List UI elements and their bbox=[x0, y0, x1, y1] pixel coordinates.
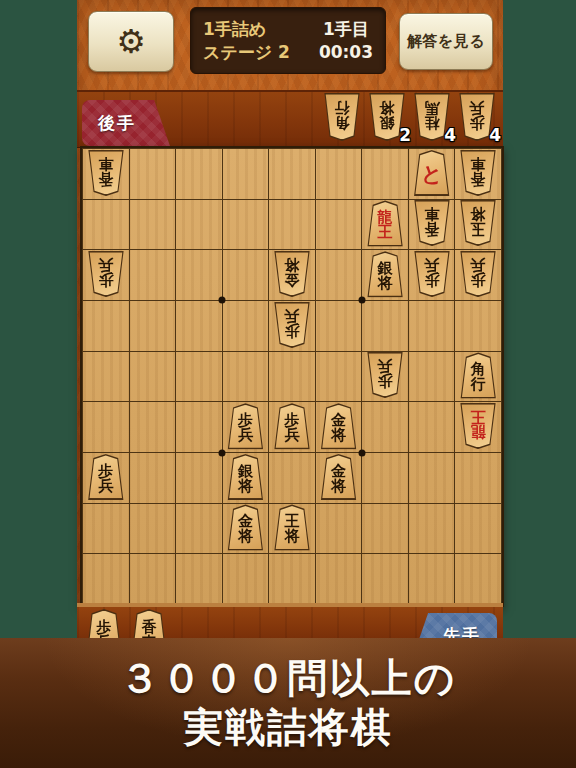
cell-5f[interactable]: 歩兵 bbox=[269, 402, 316, 453]
promo-banner: ３０００問以上の 実戦詰将棋 bbox=[0, 638, 576, 768]
mode-label: 1手詰め bbox=[203, 19, 290, 39]
cell-7i[interactable] bbox=[176, 554, 223, 605]
sente-piece-歩兵[interactable]: 歩兵 bbox=[272, 403, 312, 449]
cell-7f[interactable] bbox=[176, 402, 223, 453]
cell-1a[interactable]: 香車 bbox=[455, 149, 502, 200]
piece-kanji: 金将 bbox=[272, 251, 312, 297]
gote-piece-歩兵[interactable]: 歩兵 bbox=[272, 302, 312, 348]
puzzle-info-panel: 1手詰め ステージ 2 1手目 00:03 bbox=[190, 7, 386, 74]
cell-3a[interactable] bbox=[362, 149, 409, 200]
gote-hand-slot-歩兵[interactable]: 歩兵4 bbox=[457, 94, 497, 142]
board-frame: 香車と香車龍王香車玉将歩兵金将銀将歩兵歩兵歩兵歩兵角行歩兵歩兵金将龍王歩兵銀将金… bbox=[80, 146, 504, 607]
sente-piece-歩兵[interactable]: 歩兵 bbox=[225, 403, 265, 449]
cell-8d[interactable] bbox=[130, 301, 177, 352]
gote-hand-slot-銀将[interactable]: 銀将2 bbox=[367, 94, 407, 142]
piece-kanji: 金将 bbox=[319, 454, 359, 500]
cell-3b[interactable]: 龍王 bbox=[362, 200, 409, 251]
cell-7e[interactable] bbox=[176, 352, 223, 403]
piece-kanji: 香車 bbox=[86, 150, 126, 196]
sente-piece-金将[interactable]: 金将 bbox=[319, 454, 359, 500]
cell-3i[interactable] bbox=[362, 554, 409, 605]
cell-2g[interactable] bbox=[409, 453, 456, 504]
cell-5d[interactable]: 歩兵 bbox=[269, 301, 316, 352]
cell-6i[interactable] bbox=[223, 554, 270, 605]
piece-kanji: 金将 bbox=[319, 403, 359, 449]
puzzle-info-left: 1手詰め ステージ 2 bbox=[203, 19, 290, 62]
gear-icon: ⚙ bbox=[116, 22, 146, 61]
move-number-label: 1手目 bbox=[323, 19, 369, 39]
cell-6c[interactable] bbox=[223, 250, 270, 301]
cell-4h[interactable] bbox=[316, 504, 363, 555]
cell-5c[interactable]: 金将 bbox=[269, 250, 316, 301]
cell-6e[interactable] bbox=[223, 352, 270, 403]
gote-piece-歩兵[interactable]: 歩兵 bbox=[86, 251, 126, 297]
gote-hand-slot-桂馬[interactable]: 桂馬4 bbox=[412, 94, 452, 142]
puzzle-info-right: 1手目 00:03 bbox=[319, 19, 373, 62]
cell-7g[interactable] bbox=[176, 453, 223, 504]
shogi-board: 香車と香車龍王香車玉将歩兵金将銀将歩兵歩兵歩兵歩兵角行歩兵歩兵金将龍王歩兵銀将金… bbox=[82, 148, 502, 605]
piece-kanji: 金将 bbox=[225, 505, 265, 551]
sente-piece-金将[interactable]: 金将 bbox=[225, 505, 265, 551]
cell-8i[interactable] bbox=[130, 554, 177, 605]
cell-9c[interactable]: 歩兵 bbox=[83, 250, 130, 301]
show-answer-label: 解答を見る bbox=[407, 32, 485, 51]
sente-piece-角行[interactable]: 角行 bbox=[458, 353, 498, 399]
cell-3g[interactable] bbox=[362, 453, 409, 504]
hand-count: 2 bbox=[399, 125, 411, 145]
cell-2c[interactable]: 歩兵 bbox=[409, 250, 456, 301]
cell-3c[interactable]: 銀将 bbox=[362, 250, 409, 301]
cell-8e[interactable] bbox=[130, 352, 177, 403]
piece-kanji: 歩兵 bbox=[412, 251, 452, 297]
promo-line-2: 実戦詰将棋 bbox=[183, 704, 393, 751]
gote-piece-玉将[interactable]: 玉将 bbox=[458, 201, 498, 247]
piece-kanji: 香車 bbox=[412, 201, 452, 247]
cell-4c[interactable] bbox=[316, 250, 363, 301]
piece-kanji: 王将 bbox=[272, 505, 312, 551]
piece-kanji: 歩兵 bbox=[272, 403, 312, 449]
cell-6b[interactable] bbox=[223, 200, 270, 251]
cell-5e[interactable] bbox=[269, 352, 316, 403]
cell-6g[interactable]: 銀将 bbox=[223, 453, 270, 504]
piece-kanji: 角行 bbox=[458, 353, 498, 399]
gote-piece-歩兵[interactable]: 歩兵 bbox=[412, 251, 452, 297]
cell-9h[interactable] bbox=[83, 504, 130, 555]
piece-kanji: 歩兵 bbox=[365, 353, 405, 399]
hand-count: 4 bbox=[444, 125, 456, 145]
hand-count: 4 bbox=[489, 125, 501, 145]
cell-9e[interactable] bbox=[83, 352, 130, 403]
sente-piece-金将[interactable]: 金将 bbox=[319, 403, 359, 449]
cell-5i[interactable] bbox=[269, 554, 316, 605]
piece-kanji: と bbox=[412, 150, 452, 196]
piece-kanji: 歩兵 bbox=[458, 251, 498, 297]
cell-8f[interactable] bbox=[130, 402, 177, 453]
cell-3e[interactable]: 歩兵 bbox=[362, 352, 409, 403]
cell-9i[interactable] bbox=[83, 554, 130, 605]
cell-4f[interactable]: 金将 bbox=[316, 402, 363, 453]
gote-piece-歩兵[interactable]: 歩兵 bbox=[365, 353, 405, 399]
cell-4a[interactable] bbox=[316, 149, 363, 200]
stage-label: ステージ 2 bbox=[203, 42, 290, 62]
gote-piece-香車[interactable]: 香車 bbox=[412, 201, 452, 247]
cell-9f[interactable] bbox=[83, 402, 130, 453]
cell-4b[interactable] bbox=[316, 200, 363, 251]
cell-1g[interactable] bbox=[455, 453, 502, 504]
cell-8a[interactable] bbox=[130, 149, 177, 200]
cell-7c[interactable] bbox=[176, 250, 223, 301]
cell-5a[interactable] bbox=[269, 149, 316, 200]
sente-piece-王将[interactable]: 王将 bbox=[272, 505, 312, 551]
cell-9b[interactable] bbox=[83, 200, 130, 251]
cell-9d[interactable] bbox=[83, 301, 130, 352]
piece-kanji: 龍王 bbox=[458, 403, 498, 449]
cell-4i[interactable] bbox=[316, 554, 363, 605]
cell-3d[interactable] bbox=[362, 301, 409, 352]
piece-kanji: 歩兵 bbox=[86, 454, 126, 500]
cell-1b[interactable]: 玉将 bbox=[455, 200, 502, 251]
gote-piece-香車[interactable]: 香車 bbox=[458, 150, 498, 196]
cell-3f[interactable] bbox=[362, 402, 409, 453]
cell-1e[interactable]: 角行 bbox=[455, 352, 502, 403]
cell-2f[interactable] bbox=[409, 402, 456, 453]
piece-kanji: 龍王 bbox=[365, 201, 405, 247]
cell-7a[interactable] bbox=[176, 149, 223, 200]
cell-5g[interactable] bbox=[269, 453, 316, 504]
cell-1c[interactable]: 歩兵 bbox=[455, 250, 502, 301]
cell-2i[interactable] bbox=[409, 554, 456, 605]
cell-1h[interactable] bbox=[455, 504, 502, 555]
cell-8h[interactable] bbox=[130, 504, 177, 555]
gote-badge-label: 後手 bbox=[98, 112, 136, 135]
promo-line-1: ３０００問以上の bbox=[120, 655, 457, 702]
piece-kanji: 玉将 bbox=[458, 201, 498, 247]
cell-1d[interactable] bbox=[455, 301, 502, 352]
piece-kanji: 歩兵 bbox=[86, 251, 126, 297]
cell-5b[interactable] bbox=[269, 200, 316, 251]
gote-piece-歩兵[interactable]: 歩兵 bbox=[458, 251, 498, 297]
hoshi-dot bbox=[219, 449, 226, 456]
gote-piece-金将[interactable]: 金将 bbox=[272, 251, 312, 297]
piece-kanji: 銀将 bbox=[365, 251, 405, 297]
gote-hand: 角行銀将2桂馬4歩兵4 bbox=[322, 94, 497, 142]
cell-2d[interactable] bbox=[409, 301, 456, 352]
sente-piece-と[interactable]: と bbox=[412, 150, 452, 196]
piece-kanji: 香車 bbox=[458, 150, 498, 196]
cell-4e[interactable] bbox=[316, 352, 363, 403]
piece-kanji: 歩兵 bbox=[225, 403, 265, 449]
cell-9g[interactable]: 歩兵 bbox=[83, 453, 130, 504]
app-screen: ⚙ 1手詰め ステージ 2 1手目 00:03 解答を見る 後手 角行銀将2桂馬… bbox=[0, 0, 576, 768]
cell-4g[interactable]: 金将 bbox=[316, 453, 363, 504]
hoshi-dot bbox=[359, 297, 366, 304]
cell-2h[interactable] bbox=[409, 504, 456, 555]
cell-8g[interactable] bbox=[130, 453, 177, 504]
show-answer-button[interactable]: 解答を見る bbox=[399, 13, 493, 70]
cell-4d[interactable] bbox=[316, 301, 363, 352]
cell-9a[interactable]: 香車 bbox=[83, 149, 130, 200]
hoshi-dot bbox=[219, 297, 226, 304]
cell-1f[interactable]: 龍王 bbox=[455, 402, 502, 453]
sente-piece-歩兵[interactable]: 歩兵 bbox=[86, 454, 126, 500]
sente-piece-龍王[interactable]: 龍王 bbox=[365, 201, 405, 247]
cell-2a[interactable]: と bbox=[409, 149, 456, 200]
sente-piece-銀将[interactable]: 銀将 bbox=[225, 454, 265, 500]
cell-7b[interactable] bbox=[176, 200, 223, 251]
cell-2b[interactable]: 香車 bbox=[409, 200, 456, 251]
cell-7h[interactable] bbox=[176, 504, 223, 555]
gote-hand-slot-角行[interactable]: 角行 bbox=[322, 94, 362, 142]
cell-6d[interactable] bbox=[223, 301, 270, 352]
cell-8c[interactable] bbox=[130, 250, 177, 301]
cell-2e[interactable] bbox=[409, 352, 456, 403]
cell-1i[interactable] bbox=[455, 554, 502, 605]
cell-6f[interactable]: 歩兵 bbox=[223, 402, 270, 453]
timer-value: 00:03 bbox=[319, 42, 373, 62]
cell-5h[interactable]: 王将 bbox=[269, 504, 316, 555]
sente-piece-銀将[interactable]: 銀将 bbox=[365, 251, 405, 297]
cell-8b[interactable] bbox=[130, 200, 177, 251]
gote-piece-龍王[interactable]: 龍王 bbox=[458, 403, 498, 449]
cell-6a[interactable] bbox=[223, 149, 270, 200]
piece-kanji: 角行 bbox=[322, 93, 362, 141]
gote-piece-香車[interactable]: 香車 bbox=[86, 150, 126, 196]
cell-7d[interactable] bbox=[176, 301, 223, 352]
hoshi-dot bbox=[359, 449, 366, 456]
gote-piece-角行[interactable]: 角行 bbox=[322, 93, 362, 141]
cell-6h[interactable]: 金将 bbox=[223, 504, 270, 555]
piece-kanji: 銀将 bbox=[225, 454, 265, 500]
cell-3h[interactable] bbox=[362, 504, 409, 555]
settings-button[interactable]: ⚙ bbox=[88, 11, 174, 72]
piece-kanji: 歩兵 bbox=[272, 302, 312, 348]
